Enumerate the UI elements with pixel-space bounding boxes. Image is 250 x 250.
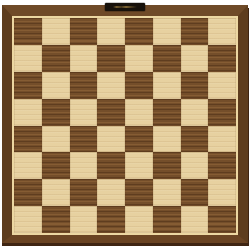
square-r6c2 (70, 179, 98, 206)
square-r5c0 (14, 152, 42, 179)
square-r1c4 (125, 45, 153, 72)
square-r0c6 (181, 18, 209, 45)
square-r6c3 (97, 179, 125, 206)
square-r1c6 (181, 45, 209, 72)
square-r7c7 (208, 206, 236, 233)
square-r1c7 (208, 45, 236, 72)
square-r2c7 (208, 72, 236, 99)
square-r2c4 (125, 72, 153, 99)
square-r5c3 (97, 152, 125, 179)
square-r6c7 (208, 179, 236, 206)
square-r6c5 (153, 179, 181, 206)
square-r6c1 (42, 179, 70, 206)
square-r3c3 (97, 99, 125, 126)
square-r2c2 (70, 72, 98, 99)
square-r5c4 (125, 152, 153, 179)
square-r1c2 (70, 45, 98, 72)
square-r4c0 (14, 126, 42, 153)
square-r5c6 (181, 152, 209, 179)
square-r2c6 (181, 72, 209, 99)
square-r0c0 (14, 18, 42, 45)
square-r7c0 (14, 206, 42, 233)
square-r1c1 (42, 45, 70, 72)
square-r0c2 (70, 18, 98, 45)
square-r3c0 (14, 99, 42, 126)
square-r7c6 (181, 206, 209, 233)
square-r4c1 (42, 126, 70, 153)
square-r7c5 (153, 206, 181, 233)
square-r3c6 (181, 99, 209, 126)
square-r7c3 (97, 206, 125, 233)
square-r0c1 (42, 18, 70, 45)
brand-plaque (105, 3, 145, 11)
square-r4c7 (208, 126, 236, 153)
product-photo (0, 0, 250, 250)
square-r3c4 (125, 99, 153, 126)
square-r2c3 (97, 72, 125, 99)
board-grid (14, 18, 236, 233)
square-r5c5 (153, 152, 181, 179)
square-r7c4 (125, 206, 153, 233)
square-r4c2 (70, 126, 98, 153)
square-r3c5 (153, 99, 181, 126)
square-r4c3 (97, 126, 125, 153)
square-r6c0 (14, 179, 42, 206)
square-r2c0 (14, 72, 42, 99)
square-r2c1 (42, 72, 70, 99)
square-r5c2 (70, 152, 98, 179)
square-r3c2 (70, 99, 98, 126)
square-r3c1 (42, 99, 70, 126)
square-r1c3 (97, 45, 125, 72)
square-r3c7 (208, 99, 236, 126)
square-r0c7 (208, 18, 236, 45)
square-r6c4 (125, 179, 153, 206)
square-r4c6 (181, 126, 209, 153)
square-r1c5 (153, 45, 181, 72)
square-r4c4 (125, 126, 153, 153)
square-r0c5 (153, 18, 181, 45)
square-r4c5 (153, 126, 181, 153)
square-r5c7 (208, 152, 236, 179)
chessboard (2, 5, 248, 243)
square-r7c2 (70, 206, 98, 233)
square-r0c3 (97, 18, 125, 45)
square-r6c6 (181, 179, 209, 206)
square-r5c1 (42, 152, 70, 179)
square-r7c1 (42, 206, 70, 233)
square-r1c0 (14, 45, 42, 72)
square-r0c4 (125, 18, 153, 45)
square-r2c5 (153, 72, 181, 99)
